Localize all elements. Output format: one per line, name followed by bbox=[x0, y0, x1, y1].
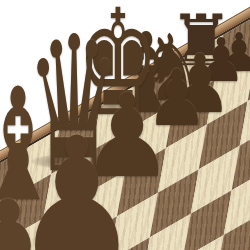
piece-pawn-a[interactable]: ♟ bbox=[0, 180, 74, 250]
chess-set-photo: ♝♛♚♝♞♜♟♟♟♟♟♟♟ bbox=[0, 0, 250, 250]
